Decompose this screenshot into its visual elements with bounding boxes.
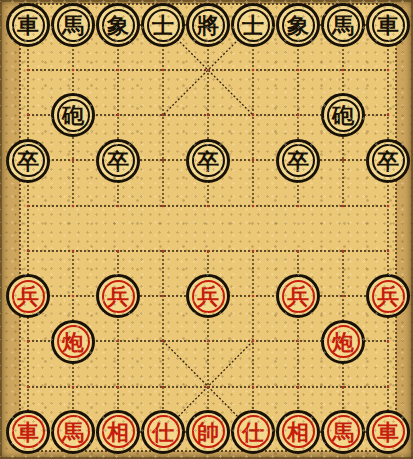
piece-red-advisor[interactable]: 仕 xyxy=(141,410,185,454)
board-point-2-3[interactable]: 砲 xyxy=(51,93,96,138)
board-point-6-2[interactable] xyxy=(231,48,276,93)
board-point-7-8[interactable] xyxy=(276,319,321,364)
board-point-9-10[interactable]: 車 xyxy=(366,409,411,454)
board-point-8-5[interactable] xyxy=(321,183,366,228)
board-point-8-9[interactable] xyxy=(321,364,366,409)
piece-black-cannon[interactable]: 砲 xyxy=(51,93,95,137)
piece-glyph: 馬 xyxy=(62,15,84,37)
board-point-2-9[interactable] xyxy=(51,364,96,409)
piece-red-soldier[interactable]: 兵 xyxy=(186,274,230,318)
piece-black-soldier[interactable]: 卒 xyxy=(276,139,320,183)
piece-glyph: 馬 xyxy=(332,421,354,443)
piece-glyph: 仕 xyxy=(242,421,264,443)
piece-glyph: 帥 xyxy=(197,421,219,443)
board-point-4-1[interactable]: 士 xyxy=(141,2,186,47)
board-point-6-7[interactable] xyxy=(231,274,276,319)
board-point-2-1[interactable]: 馬 xyxy=(51,2,96,47)
board-point-3-5[interactable] xyxy=(96,183,141,228)
piece-black-chariot[interactable]: 車 xyxy=(6,3,50,47)
board-point-5-4[interactable]: 卒 xyxy=(186,138,231,183)
piece-glyph: 卒 xyxy=(17,150,39,172)
board-point-7-9[interactable] xyxy=(276,364,321,409)
board-point-1-8[interactable] xyxy=(6,319,51,364)
board-point-9-7[interactable]: 兵 xyxy=(366,274,411,319)
board-point-2-8[interactable]: 炮 xyxy=(51,319,96,364)
board-point-1-2[interactable] xyxy=(6,48,51,93)
piece-red-cannon[interactable]: 炮 xyxy=(51,320,95,364)
piece-red-horse[interactable]: 馬 xyxy=(321,410,365,454)
piece-red-horse[interactable]: 馬 xyxy=(51,410,95,454)
piece-black-soldier[interactable]: 卒 xyxy=(6,139,50,183)
board-point-2-6[interactable] xyxy=(51,228,96,273)
board-point-9-6[interactable] xyxy=(366,228,411,273)
board-point-3-10[interactable]: 相 xyxy=(96,409,141,454)
board-point-7-2[interactable] xyxy=(276,48,321,93)
board-point-3-7[interactable]: 兵 xyxy=(96,274,141,319)
board-point-1-1[interactable]: 車 xyxy=(6,2,51,47)
piece-glyph: 兵 xyxy=(287,286,309,308)
board-point-7-4[interactable]: 卒 xyxy=(276,138,321,183)
board-point-6-9[interactable] xyxy=(231,364,276,409)
board-point-8-7[interactable] xyxy=(321,274,366,319)
piece-glyph: 卒 xyxy=(197,150,219,172)
board-point-1-6[interactable] xyxy=(6,228,51,273)
board-point-7-1[interactable]: 象 xyxy=(276,2,321,47)
piece-glyph: 卒 xyxy=(107,150,129,172)
board-point-4-6[interactable] xyxy=(141,228,186,273)
board-point-4-9[interactable] xyxy=(141,364,186,409)
board-point-8-8[interactable]: 炮 xyxy=(321,319,366,364)
board-point-6-10[interactable]: 仕 xyxy=(231,409,276,454)
board-point-7-6[interactable] xyxy=(276,228,321,273)
board-point-4-2[interactable] xyxy=(141,48,186,93)
piece-red-soldier[interactable]: 兵 xyxy=(366,274,410,318)
board-point-2-5[interactable] xyxy=(51,183,96,228)
board-point-6-1[interactable]: 士 xyxy=(231,2,276,47)
piece-glyph: 卒 xyxy=(377,150,399,172)
piece-glyph: 士 xyxy=(242,15,264,37)
board-point-6-6[interactable] xyxy=(231,228,276,273)
piece-glyph: 卒 xyxy=(287,150,309,172)
board-point-3-1[interactable]: 象 xyxy=(96,2,141,47)
board-point-4-5[interactable] xyxy=(141,183,186,228)
board-point-2-2[interactable] xyxy=(51,48,96,93)
piece-glyph: 相 xyxy=(107,421,129,443)
board-point-3-8[interactable] xyxy=(96,319,141,364)
board-point-9-3[interactable] xyxy=(366,93,411,138)
piece-glyph: 兵 xyxy=(107,286,129,308)
piece-black-soldier[interactable]: 卒 xyxy=(366,139,410,183)
board-point-9-2[interactable] xyxy=(366,48,411,93)
piece-red-advisor[interactable]: 仕 xyxy=(231,410,275,454)
piece-black-elephant[interactable]: 象 xyxy=(276,3,320,47)
piece-red-soldier[interactable]: 兵 xyxy=(6,274,50,318)
piece-red-elephant[interactable]: 相 xyxy=(96,410,140,454)
board-point-4-10[interactable]: 仕 xyxy=(141,409,186,454)
board-point-2-7[interactable] xyxy=(51,274,96,319)
piece-black-horse[interactable]: 馬 xyxy=(51,3,95,47)
board-point-5-6[interactable] xyxy=(186,228,231,273)
piece-black-advisor[interactable]: 士 xyxy=(141,3,185,47)
board-point-5-9[interactable] xyxy=(186,364,231,409)
piece-black-horse[interactable]: 馬 xyxy=(321,3,365,47)
board-point-2-10[interactable]: 馬 xyxy=(51,409,96,454)
board-point-1-5[interactable] xyxy=(6,183,51,228)
piece-black-general[interactable]: 將 xyxy=(186,3,230,47)
board-point-9-5[interactable] xyxy=(366,183,411,228)
board-point-9-1[interactable]: 車 xyxy=(366,2,411,47)
piece-glyph: 兵 xyxy=(197,286,219,308)
piece-black-soldier[interactable]: 卒 xyxy=(96,139,140,183)
board-point-3-4[interactable]: 卒 xyxy=(96,138,141,183)
piece-glyph: 車 xyxy=(17,421,39,443)
board-point-4-3[interactable] xyxy=(141,93,186,138)
board-point-4-7[interactable] xyxy=(141,274,186,319)
board-point-5-2[interactable] xyxy=(186,48,231,93)
piece-glyph: 馬 xyxy=(332,15,354,37)
piece-red-general[interactable]: 帥 xyxy=(186,410,230,454)
piece-red-chariot[interactable]: 車 xyxy=(366,410,410,454)
board-point-8-3[interactable]: 砲 xyxy=(321,93,366,138)
xiangqi-board: 車馬象士將士象馬車砲砲卒卒卒卒卒兵兵兵兵兵炮炮車馬相仕帥仕相馬車 xyxy=(0,0,413,459)
board-point-7-5[interactable] xyxy=(276,183,321,228)
board-point-9-4[interactable]: 卒 xyxy=(366,138,411,183)
board-point-8-4[interactable] xyxy=(321,138,366,183)
piece-glyph: 士 xyxy=(152,15,174,37)
piece-glyph: 兵 xyxy=(377,286,399,308)
piece-black-chariot[interactable]: 車 xyxy=(366,3,410,47)
piece-glyph: 砲 xyxy=(332,105,354,127)
board-point-4-4[interactable] xyxy=(141,138,186,183)
piece-glyph: 車 xyxy=(377,421,399,443)
board-point-4-8[interactable] xyxy=(141,319,186,364)
board-point-2-4[interactable] xyxy=(51,138,96,183)
board-points-grid: 車馬象士將士象馬車砲砲卒卒卒卒卒兵兵兵兵兵炮炮車馬相仕帥仕相馬車 xyxy=(6,2,411,454)
piece-glyph: 砲 xyxy=(62,105,84,127)
board-point-1-9[interactable] xyxy=(6,364,51,409)
piece-glyph: 馬 xyxy=(62,421,84,443)
board-point-6-8[interactable] xyxy=(231,319,276,364)
piece-red-soldier[interactable]: 兵 xyxy=(276,274,320,318)
piece-red-soldier[interactable]: 兵 xyxy=(96,274,140,318)
board-point-8-10[interactable]: 馬 xyxy=(321,409,366,454)
piece-glyph: 象 xyxy=(107,15,129,37)
board-point-5-10[interactable]: 帥 xyxy=(186,409,231,454)
board-point-9-8[interactable] xyxy=(366,319,411,364)
piece-red-cannon[interactable]: 炮 xyxy=(321,320,365,364)
board-point-9-9[interactable] xyxy=(366,364,411,409)
board-point-1-7[interactable]: 兵 xyxy=(6,274,51,319)
piece-black-advisor[interactable]: 士 xyxy=(231,3,275,47)
piece-glyph: 車 xyxy=(17,15,39,37)
board-point-1-10[interactable]: 車 xyxy=(6,409,51,454)
board-point-5-7[interactable]: 兵 xyxy=(186,274,231,319)
board-point-5-1[interactable]: 將 xyxy=(186,2,231,47)
board-point-7-10[interactable]: 相 xyxy=(276,409,321,454)
board-point-8-2[interactable] xyxy=(321,48,366,93)
board-point-7-7[interactable]: 兵 xyxy=(276,274,321,319)
board-point-3-9[interactable] xyxy=(96,364,141,409)
board-point-5-8[interactable] xyxy=(186,319,231,364)
piece-black-elephant[interactable]: 象 xyxy=(96,3,140,47)
board-point-5-3[interactable] xyxy=(186,93,231,138)
piece-red-chariot[interactable]: 車 xyxy=(6,410,50,454)
board-point-3-3[interactable] xyxy=(96,93,141,138)
piece-black-soldier[interactable]: 卒 xyxy=(186,139,230,183)
board-point-5-5[interactable] xyxy=(186,183,231,228)
board-point-3-6[interactable] xyxy=(96,228,141,273)
piece-glyph: 車 xyxy=(377,15,399,37)
piece-glyph: 將 xyxy=(197,15,219,37)
board-point-1-4[interactable]: 卒 xyxy=(6,138,51,183)
board-point-8-6[interactable] xyxy=(321,228,366,273)
board-point-7-3[interactable] xyxy=(276,93,321,138)
piece-black-cannon[interactable]: 砲 xyxy=(321,93,365,137)
board-point-3-2[interactable] xyxy=(96,48,141,93)
piece-red-elephant[interactable]: 相 xyxy=(276,410,320,454)
board-point-8-1[interactable]: 馬 xyxy=(321,2,366,47)
board-point-1-3[interactable] xyxy=(6,93,51,138)
piece-glyph: 相 xyxy=(287,421,309,443)
piece-glyph: 仕 xyxy=(152,421,174,443)
board-point-6-4[interactable] xyxy=(231,138,276,183)
board-point-6-3[interactable] xyxy=(231,93,276,138)
piece-glyph: 兵 xyxy=(17,286,39,308)
piece-glyph: 象 xyxy=(287,15,309,37)
piece-glyph: 炮 xyxy=(332,331,354,353)
board-point-6-5[interactable] xyxy=(231,183,276,228)
piece-glyph: 炮 xyxy=(62,331,84,353)
